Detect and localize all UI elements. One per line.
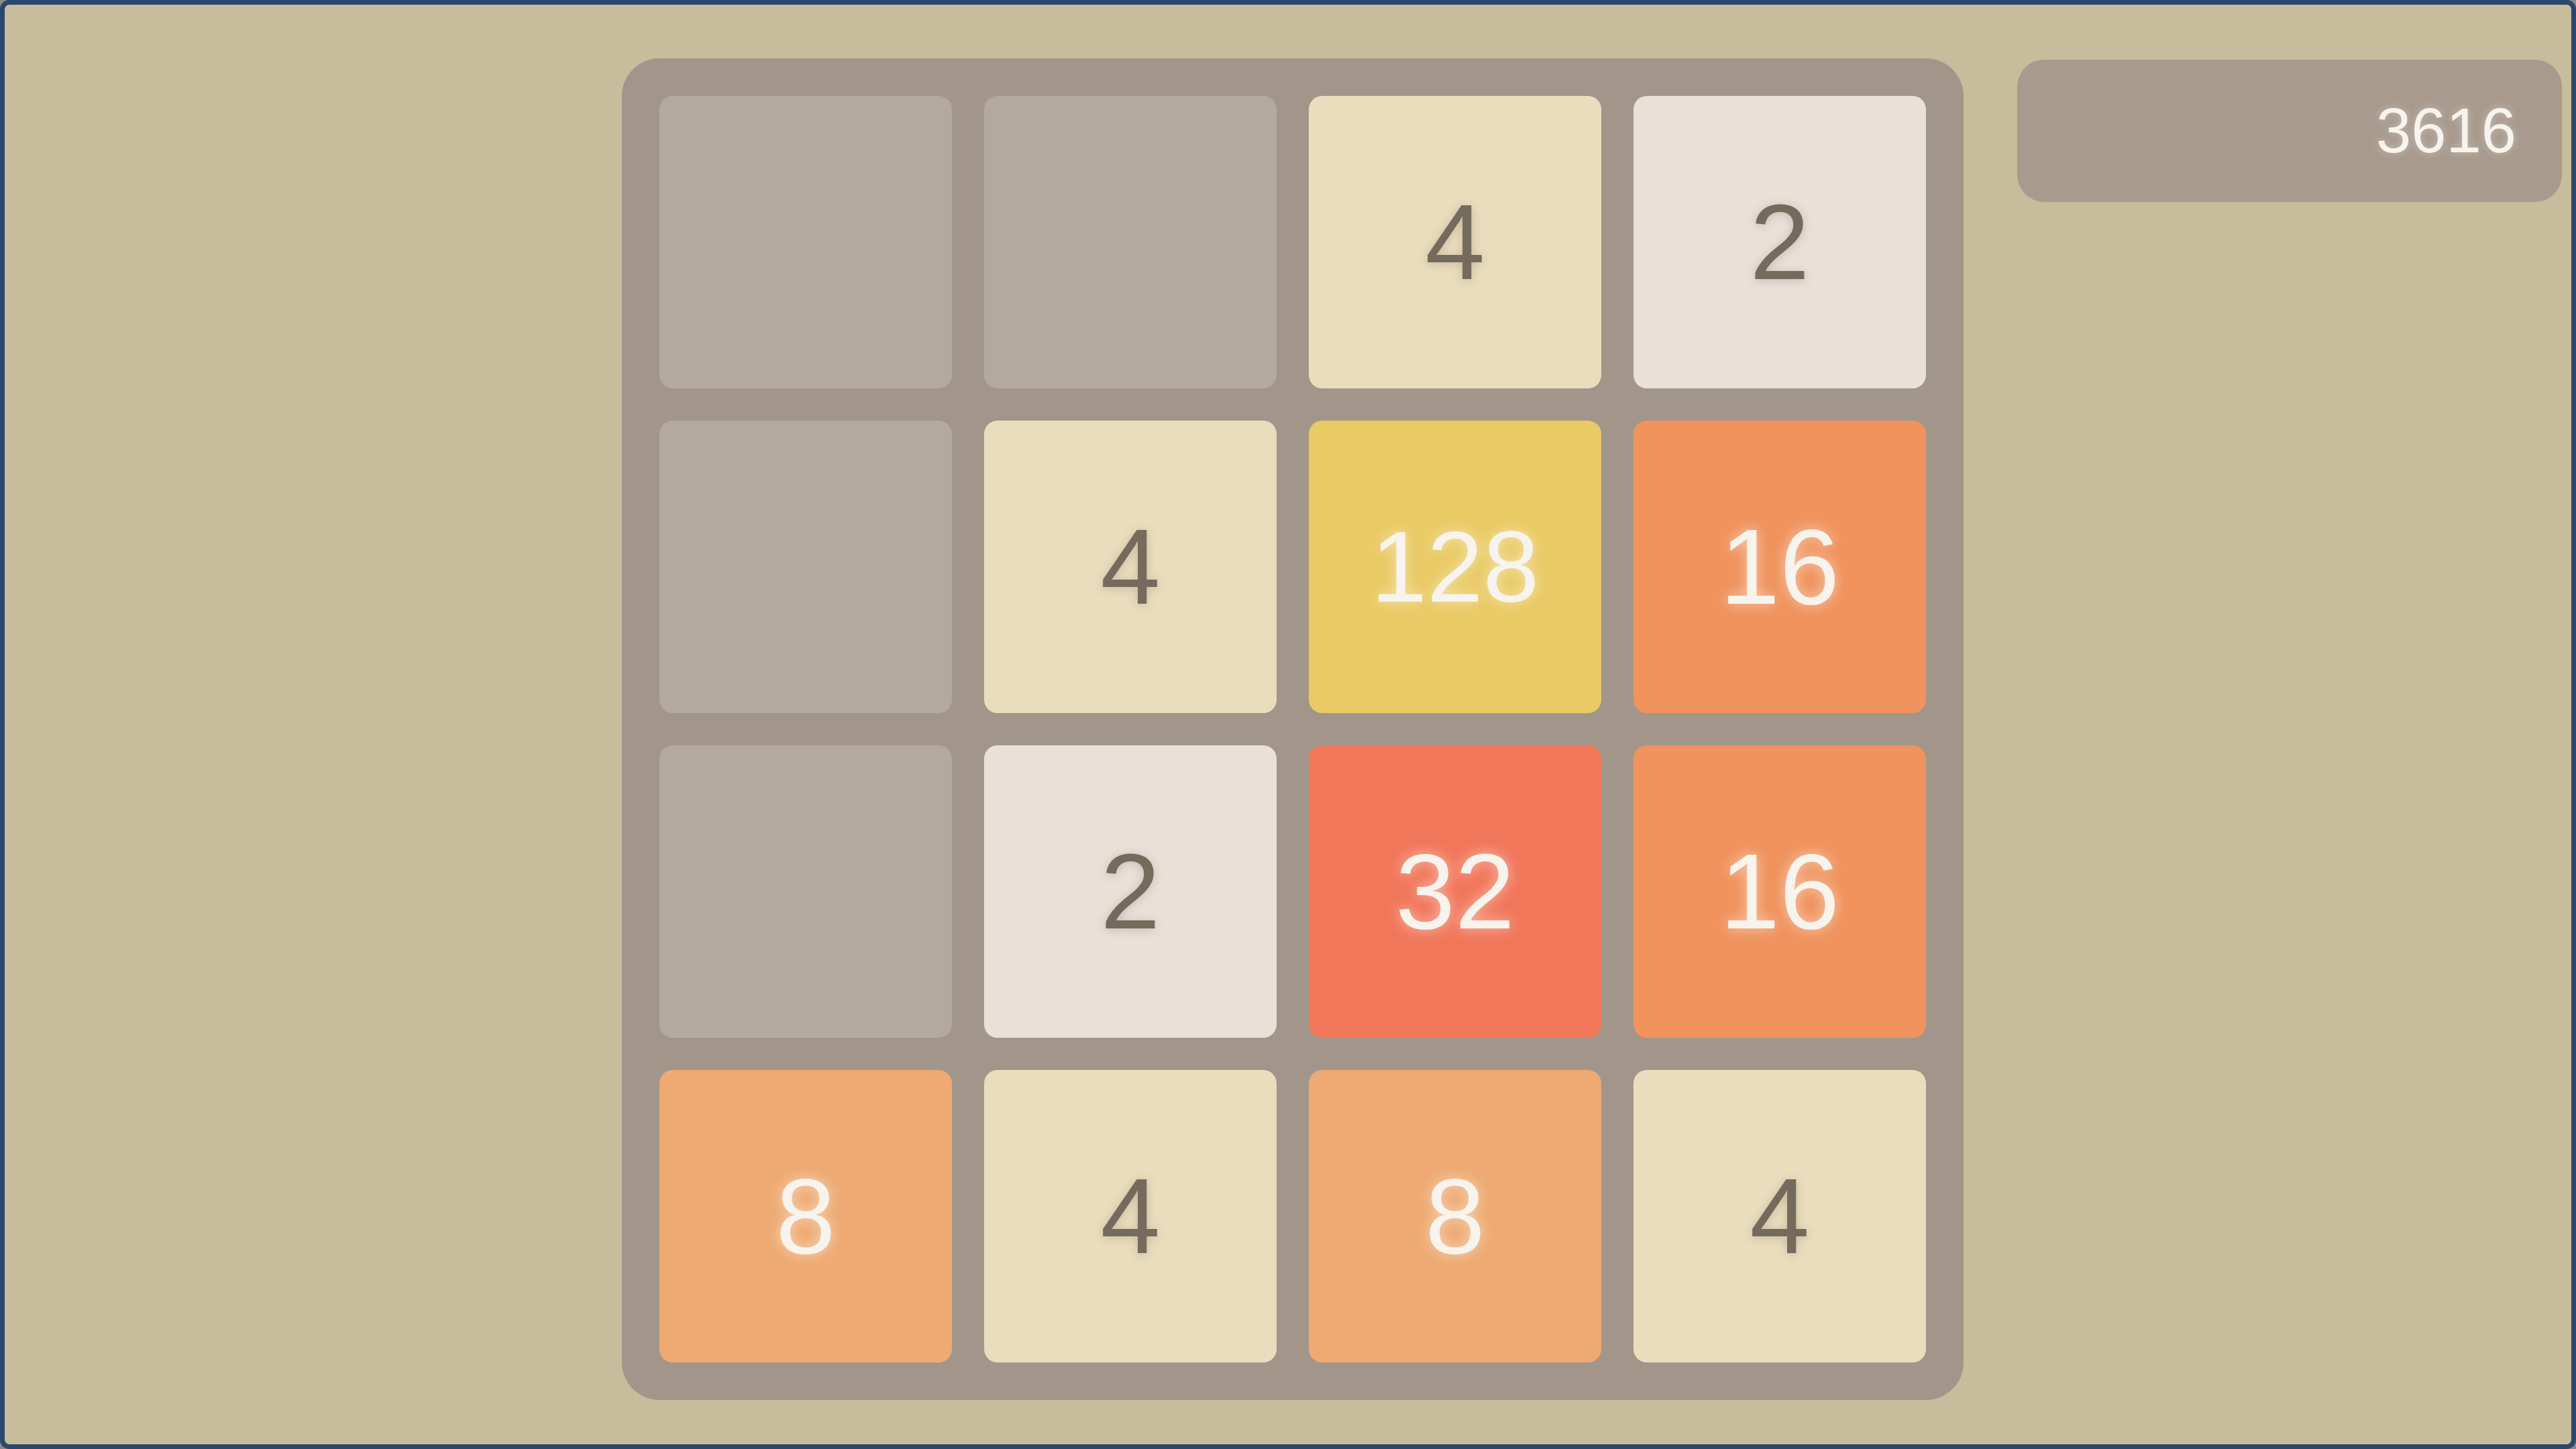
cell-r1c3-tile-4: 4 — [1309, 96, 1601, 388]
cell-r3c4-tile-16: 16 — [1633, 745, 1926, 1038]
cell-r4c3-tile-8: 8 — [1309, 1070, 1601, 1362]
board-grid[interactable]: 42412816232168484 — [622, 58, 1964, 1400]
cell-r2c1-empty — [659, 421, 952, 713]
cell-r3c2-tile-2: 2 — [984, 745, 1277, 1038]
cell-r1c4-tile-2: 2 — [1633, 96, 1926, 388]
cell-r2c4-tile-16: 16 — [1633, 421, 1926, 713]
score-box: 3616 — [2017, 60, 2562, 202]
cell-r2c3-tile-128: 128 — [1309, 421, 1601, 713]
cell-r2c2-tile-4: 4 — [984, 421, 1277, 713]
cell-r1c1-empty — [659, 96, 952, 388]
cell-r4c2-tile-4: 4 — [984, 1070, 1277, 1362]
cell-r4c4-tile-4: 4 — [1633, 1070, 1926, 1362]
cell-r3c3-tile-32: 32 — [1309, 745, 1601, 1038]
cell-r1c2-empty — [984, 96, 1277, 388]
cell-r3c1-empty — [659, 745, 952, 1038]
score-value: 3616 — [2376, 99, 2516, 162]
cell-r4c1-tile-8: 8 — [659, 1070, 952, 1362]
game-screen: 42412816232168484 3616 — [0, 0, 2576, 1449]
